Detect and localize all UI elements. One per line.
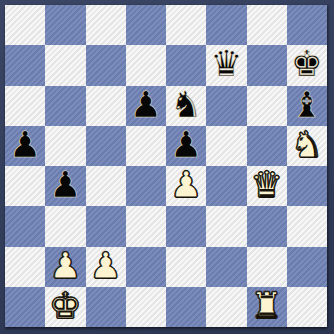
piece-black-pawn[interactable]: ♟: [9, 126, 41, 165]
square-f8[interactable]: [206, 5, 246, 45]
square-f7[interactable]: ♛: [206, 45, 246, 85]
piece-black-pawn[interactable]: ♟: [170, 126, 202, 165]
square-h8[interactable]: [287, 5, 327, 45]
square-c8[interactable]: [86, 5, 126, 45]
piece-white-pawn[interactable]: ♟: [89, 247, 121, 286]
square-d4[interactable]: [126, 166, 166, 206]
square-h5[interactable]: ♞: [287, 126, 327, 166]
square-d3[interactable]: [126, 206, 166, 246]
square-b3[interactable]: [45, 206, 85, 246]
square-e2[interactable]: [166, 247, 206, 287]
square-h1[interactable]: [287, 287, 327, 327]
piece-white-rook[interactable]: ♜: [250, 287, 282, 326]
square-b1[interactable]: ♚: [45, 287, 85, 327]
square-g4[interactable]: ♛: [247, 166, 287, 206]
piece-black-pawn[interactable]: ♟: [130, 86, 162, 125]
square-e5[interactable]: ♟: [166, 126, 206, 166]
square-d7[interactable]: [126, 45, 166, 85]
square-b8[interactable]: [45, 5, 85, 45]
square-d1[interactable]: [126, 287, 166, 327]
piece-white-knight[interactable]: ♞: [291, 126, 323, 165]
square-f6[interactable]: [206, 86, 246, 126]
square-h4[interactable]: [287, 166, 327, 206]
square-b7[interactable]: [45, 45, 85, 85]
square-a4[interactable]: [5, 166, 45, 206]
square-a3[interactable]: [5, 206, 45, 246]
square-h7[interactable]: ♚: [287, 45, 327, 85]
square-h2[interactable]: [287, 247, 327, 287]
square-h3[interactable]: [287, 206, 327, 246]
piece-black-pawn[interactable]: ♟: [49, 166, 81, 205]
square-c6[interactable]: [86, 86, 126, 126]
square-c7[interactable]: [86, 45, 126, 85]
square-e7[interactable]: [166, 45, 206, 85]
square-e3[interactable]: [166, 206, 206, 246]
piece-black-knight[interactable]: ♞: [170, 86, 202, 125]
square-a7[interactable]: [5, 45, 45, 85]
square-g5[interactable]: [247, 126, 287, 166]
square-g6[interactable]: [247, 86, 287, 126]
square-e6[interactable]: ♞: [166, 86, 206, 126]
square-a2[interactable]: [5, 247, 45, 287]
chess-board: ♛♚♟♞♝♟♟♞♟♟♛♟♟♚♜: [5, 5, 327, 327]
square-a8[interactable]: [5, 5, 45, 45]
square-a6[interactable]: [5, 86, 45, 126]
square-a5[interactable]: ♟: [5, 126, 45, 166]
square-h6[interactable]: ♝: [287, 86, 327, 126]
square-f1[interactable]: [206, 287, 246, 327]
board-frame: ♛♚♟♞♝♟♟♞♟♟♛♟♟♚♜: [0, 0, 334, 334]
square-e1[interactable]: [166, 287, 206, 327]
square-a1[interactable]: [5, 287, 45, 327]
square-f5[interactable]: [206, 126, 246, 166]
square-g8[interactable]: [247, 5, 287, 45]
piece-white-pawn[interactable]: ♟: [49, 247, 81, 286]
square-e8[interactable]: [166, 5, 206, 45]
square-d5[interactable]: [126, 126, 166, 166]
square-c3[interactable]: [86, 206, 126, 246]
piece-black-queen[interactable]: ♛: [210, 45, 242, 84]
piece-white-pawn[interactable]: ♟: [170, 166, 202, 205]
square-g7[interactable]: [247, 45, 287, 85]
square-b6[interactable]: [45, 86, 85, 126]
square-d6[interactable]: ♟: [126, 86, 166, 126]
square-g1[interactable]: ♜: [247, 287, 287, 327]
piece-white-king[interactable]: ♚: [49, 287, 81, 326]
square-b5[interactable]: [45, 126, 85, 166]
square-f2[interactable]: [206, 247, 246, 287]
square-g3[interactable]: [247, 206, 287, 246]
square-e4[interactable]: ♟: [166, 166, 206, 206]
square-d2[interactable]: [126, 247, 166, 287]
piece-black-bishop[interactable]: ♝: [291, 86, 323, 125]
square-f4[interactable]: [206, 166, 246, 206]
square-f3[interactable]: [206, 206, 246, 246]
square-c4[interactable]: [86, 166, 126, 206]
square-d8[interactable]: [126, 5, 166, 45]
square-c2[interactable]: ♟: [86, 247, 126, 287]
square-c5[interactable]: [86, 126, 126, 166]
square-b2[interactable]: ♟: [45, 247, 85, 287]
piece-black-king[interactable]: ♚: [291, 45, 323, 84]
square-c1[interactable]: [86, 287, 126, 327]
square-g2[interactable]: [247, 247, 287, 287]
piece-white-queen[interactable]: ♛: [250, 166, 282, 205]
square-b4[interactable]: ♟: [45, 166, 85, 206]
